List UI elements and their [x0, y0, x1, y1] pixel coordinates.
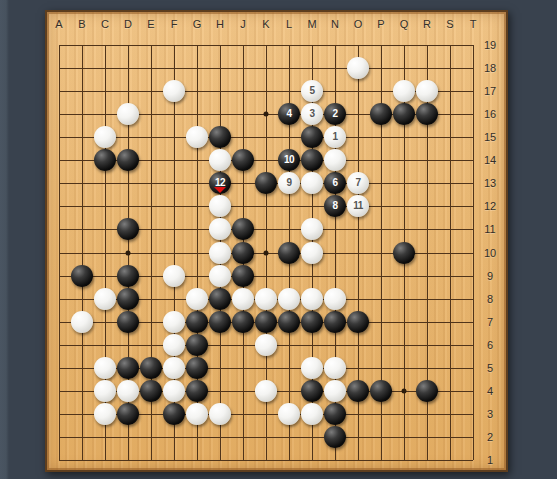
white-stone-F6[interactable] [163, 334, 185, 356]
move-number-label: 3 [301, 103, 323, 125]
white-stone-G8[interactable] [186, 288, 208, 310]
white-stone-B7[interactable] [71, 311, 93, 333]
black-stone-N3[interactable] [324, 403, 346, 425]
white-stone-K6[interactable] [255, 334, 277, 356]
row-label: 11 [484, 223, 495, 235]
black-stone-J11[interactable] [232, 218, 254, 240]
white-stone-L13[interactable]: 9 [278, 172, 300, 194]
column-label: C [101, 18, 109, 30]
white-stone-F9[interactable] [163, 265, 185, 287]
row-label: 7 [487, 316, 493, 328]
black-stone-N2[interactable] [324, 426, 346, 448]
row-label: 4 [487, 385, 493, 397]
black-stone-P16[interactable] [370, 103, 392, 125]
white-stone-N15[interactable]: 1 [324, 126, 346, 148]
white-stone-C15[interactable] [94, 126, 116, 148]
white-stone-O18[interactable] [347, 57, 369, 79]
white-stone-F4[interactable] [163, 380, 185, 402]
black-stone-L16[interactable]: 4 [278, 103, 300, 125]
black-stone-O4[interactable] [347, 380, 369, 402]
move-number-label: 10 [278, 149, 300, 171]
last-move-marker-icon [214, 187, 226, 193]
black-stone-H8[interactable] [209, 288, 231, 310]
column-label: K [262, 18, 269, 30]
black-stone-J14[interactable] [232, 149, 254, 171]
row-label: 19 [484, 39, 496, 51]
move-number-label: 6 [324, 172, 346, 194]
move-number-label: 4 [278, 103, 300, 125]
black-stone-H15[interactable] [209, 126, 231, 148]
black-stone-R4[interactable] [416, 380, 438, 402]
black-stone-F3[interactable] [163, 403, 185, 425]
black-stone-D7[interactable] [117, 311, 139, 333]
white-stone-C8[interactable] [94, 288, 116, 310]
black-stone-G4[interactable] [186, 380, 208, 402]
white-stone-L3[interactable] [278, 403, 300, 425]
white-stone-K4[interactable] [255, 380, 277, 402]
black-stone-D3[interactable] [117, 403, 139, 425]
grid-line-horizontal [59, 460, 473, 461]
black-stone-E5[interactable] [140, 357, 162, 379]
column-label: B [78, 18, 85, 30]
black-stone-Q16[interactable] [393, 103, 415, 125]
row-label: 5 [487, 362, 493, 374]
black-stone-N7[interactable] [324, 311, 346, 333]
white-stone-Q17[interactable] [393, 80, 415, 102]
white-stone-F7[interactable] [163, 311, 185, 333]
white-stone-J8[interactable] [232, 288, 254, 310]
move-number-label: 2 [324, 103, 346, 125]
black-stone-M14[interactable] [301, 149, 323, 171]
white-stone-M17[interactable]: 5 [301, 80, 323, 102]
column-label: N [331, 18, 339, 30]
star-point [264, 112, 269, 117]
white-stone-C3[interactable] [94, 403, 116, 425]
grid-line-vertical [473, 45, 474, 460]
white-stone-F17[interactable] [163, 80, 185, 102]
black-stone-C14[interactable] [94, 149, 116, 171]
column-label: Q [400, 18, 409, 30]
white-stone-H9[interactable] [209, 265, 231, 287]
column-label: F [171, 18, 178, 30]
row-label: 12 [484, 200, 496, 212]
row-label: 9 [487, 270, 493, 282]
white-stone-G15[interactable] [186, 126, 208, 148]
row-label: 3 [487, 408, 493, 420]
black-stone-D8[interactable] [117, 288, 139, 310]
row-label: 6 [487, 339, 493, 351]
column-label: R [423, 18, 431, 30]
row-label: 18 [484, 62, 496, 74]
white-stone-O12[interactable]: 11 [347, 195, 369, 217]
black-stone-G7[interactable] [186, 311, 208, 333]
white-stone-H3[interactable] [209, 403, 231, 425]
row-label: 10 [484, 247, 496, 259]
white-stone-O13[interactable]: 7 [347, 172, 369, 194]
black-stone-L7[interactable] [278, 311, 300, 333]
white-stone-M5[interactable] [301, 357, 323, 379]
black-stone-E4[interactable] [140, 380, 162, 402]
column-label: D [124, 18, 132, 30]
black-stone-J7[interactable] [232, 311, 254, 333]
row-label: 13 [484, 177, 496, 189]
white-stone-M10[interactable] [301, 242, 323, 264]
row-label: 16 [484, 108, 496, 120]
move-number-label: 11 [347, 195, 369, 217]
white-stone-N4[interactable] [324, 380, 346, 402]
row-label: 2 [487, 431, 493, 443]
star-point [402, 388, 407, 393]
grid-line-horizontal [59, 437, 473, 438]
row-label: 8 [487, 293, 493, 305]
black-stone-L14[interactable]: 10 [278, 149, 300, 171]
white-stone-D16[interactable] [117, 103, 139, 125]
black-stone-Q10[interactable] [393, 242, 415, 264]
white-stone-M16[interactable]: 3 [301, 103, 323, 125]
move-number-label: 5 [301, 80, 323, 102]
white-stone-H14[interactable] [209, 149, 231, 171]
black-stone-K7[interactable] [255, 311, 277, 333]
move-number-label: 7 [347, 172, 369, 194]
white-stone-C5[interactable] [94, 357, 116, 379]
column-label: P [377, 18, 384, 30]
white-stone-M3[interactable] [301, 403, 323, 425]
column-label: J [240, 18, 246, 30]
white-stone-N5[interactable] [324, 357, 346, 379]
black-stone-J9[interactable] [232, 265, 254, 287]
black-stone-H7[interactable] [209, 311, 231, 333]
white-stone-H12[interactable] [209, 195, 231, 217]
column-label: E [147, 18, 154, 30]
column-label: G [193, 18, 202, 30]
white-stone-H11[interactable] [209, 218, 231, 240]
column-label: S [446, 18, 453, 30]
black-stone-L10[interactable] [278, 242, 300, 264]
go-board[interactable]: ABCDEFGHJKLMNOPQRST191817161514131211109… [45, 10, 508, 472]
black-stone-G6[interactable] [186, 334, 208, 356]
white-stone-R17[interactable] [416, 80, 438, 102]
black-stone-M7[interactable] [301, 311, 323, 333]
black-stone-N13[interactable]: 6 [324, 172, 346, 194]
white-stone-C4[interactable] [94, 380, 116, 402]
black-stone-D14[interactable] [117, 149, 139, 171]
row-label: 1 [487, 454, 493, 466]
white-stone-M13[interactable] [301, 172, 323, 194]
column-label: L [286, 18, 292, 30]
black-stone-J10[interactable] [232, 242, 254, 264]
row-label: 14 [484, 154, 496, 166]
white-stone-L8[interactable] [278, 288, 300, 310]
black-stone-G5[interactable] [186, 357, 208, 379]
black-stone-R16[interactable] [416, 103, 438, 125]
column-label: M [307, 18, 316, 30]
black-stone-H13[interactable]: 12 [209, 172, 231, 194]
row-label: 17 [484, 85, 496, 97]
app-background: ABCDEFGHJKLMNOPQRST191817161514131211109… [0, 0, 557, 479]
white-stone-N8[interactable] [324, 288, 346, 310]
black-stone-M15[interactable] [301, 126, 323, 148]
black-stone-N12[interactable]: 8 [324, 195, 346, 217]
black-stone-N16[interactable]: 2 [324, 103, 346, 125]
black-stone-D11[interactable] [117, 218, 139, 240]
white-stone-H10[interactable] [209, 242, 231, 264]
row-label: 15 [484, 131, 496, 143]
black-stone-O7[interactable] [347, 311, 369, 333]
white-stone-K8[interactable] [255, 288, 277, 310]
white-stone-M8[interactable] [301, 288, 323, 310]
black-stone-B9[interactable] [71, 265, 93, 287]
column-label: A [55, 18, 62, 30]
star-point [126, 250, 131, 255]
black-stone-D9[interactable] [117, 265, 139, 287]
star-point [264, 250, 269, 255]
grid-line-vertical [450, 45, 451, 460]
column-label: T [470, 18, 477, 30]
move-number-label: 1 [324, 126, 346, 148]
white-stone-F5[interactable] [163, 357, 185, 379]
black-stone-D5[interactable] [117, 357, 139, 379]
black-stone-P4[interactable] [370, 380, 392, 402]
white-stone-M11[interactable] [301, 218, 323, 240]
white-stone-G3[interactable] [186, 403, 208, 425]
move-number-label: 9 [278, 172, 300, 194]
column-label: H [216, 18, 224, 30]
column-label: O [354, 18, 363, 30]
move-number-label: 8 [324, 195, 346, 217]
white-stone-N14[interactable] [324, 149, 346, 171]
black-stone-K13[interactable] [255, 172, 277, 194]
black-stone-M4[interactable] [301, 380, 323, 402]
white-stone-D4[interactable] [117, 380, 139, 402]
